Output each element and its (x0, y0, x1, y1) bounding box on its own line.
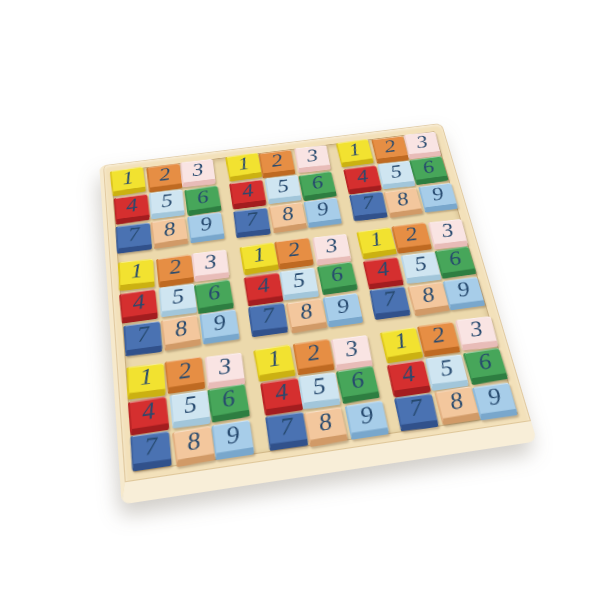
tile-digit: 9 (485, 385, 504, 410)
tile-digit: 3 (468, 317, 485, 340)
tile-digit: 5 (182, 393, 197, 418)
tile-r6c1-blue[interactable]: 7 (123, 321, 162, 356)
tile-r1c7-yellow[interactable]: 1 (336, 139, 374, 168)
tile-r3c8-peach[interactable]: 8 (383, 187, 423, 218)
tile-r1c5-orange[interactable]: 2 (258, 150, 295, 179)
tile-r5c3-green[interactable]: 6 (194, 280, 234, 315)
tile-digit: 9 (212, 311, 227, 334)
tile-r7c2-orange[interactable]: 2 (164, 356, 205, 393)
tile-r3c2-peach[interactable]: 8 (150, 217, 188, 249)
tile-digit: 3 (324, 236, 339, 257)
product-photo-canvas: 1231231234564564567897897891231231234564… (0, 0, 610, 610)
sudoku-grid: 1231231234564564567897897891231231234564… (111, 131, 518, 472)
tile-digit: 2 (177, 358, 192, 382)
tile-digit: 6 (476, 350, 495, 374)
tile-r1c3-pale-pink[interactable]: 3 (180, 159, 216, 188)
tile-digit: 1 (369, 229, 385, 250)
tile-r6c3-light-blue[interactable]: 9 (199, 309, 239, 344)
tile-digit: 3 (218, 354, 233, 378)
tile-r2c4-red[interactable]: 4 (228, 179, 265, 209)
tile-digit: 6 (220, 386, 236, 411)
tile-digit: 8 (298, 300, 314, 323)
tile-digit: 6 (207, 282, 222, 304)
tile-r5c7-red[interactable]: 4 (363, 257, 404, 290)
tile-digit: 5 (389, 162, 404, 181)
tile-digit: 4 (141, 399, 156, 425)
tile-r8c5-pale-blue[interactable]: 5 (298, 373, 341, 410)
tile-r9c3-light-blue[interactable]: 9 (211, 420, 254, 460)
tile-r1c8-orange[interactable]: 2 (371, 136, 409, 164)
tile-r3c4-blue[interactable]: 7 (233, 207, 271, 238)
tile-digit: 7 (245, 209, 259, 229)
tile-digit: 1 (392, 329, 410, 353)
tile-r5c4-red[interactable]: 4 (243, 273, 283, 307)
tile-digit: 1 (266, 346, 283, 370)
tile-r5c6-green[interactable]: 6 (316, 262, 357, 296)
tile-r9c9-light-blue[interactable]: 9 (472, 383, 518, 421)
tile-digit: 5 (292, 269, 307, 291)
tile-r6c2-peach[interactable]: 8 (160, 315, 201, 351)
tile-digit: 3 (204, 251, 218, 272)
tile-digit: 9 (225, 422, 241, 448)
tile-digit: 6 (447, 248, 464, 269)
tile-r6c6-light-blue[interactable]: 9 (322, 293, 363, 327)
tile-r7c5-orange[interactable]: 2 (292, 339, 334, 375)
tile-digit: 7 (128, 224, 141, 245)
tile-r2c2-pale-blue[interactable]: 5 (148, 189, 184, 219)
tile-digit: 4 (273, 380, 289, 405)
tile-r3c3-light-blue[interactable]: 9 (187, 212, 225, 243)
tile-r1c4-yellow[interactable]: 1 (225, 153, 262, 182)
tile-digit: 8 (447, 389, 466, 414)
tile-r7c9-pale-pink[interactable]: 3 (455, 316, 498, 351)
tile-digit: 2 (168, 257, 182, 279)
tile-digit: 5 (171, 285, 185, 307)
tile-digit: 1 (251, 244, 266, 265)
tile-digit: 4 (240, 181, 254, 201)
tile-digit: 2 (305, 341, 321, 365)
tile-r2c6-green[interactable]: 6 (298, 171, 337, 201)
tile-digit: 9 (430, 184, 446, 204)
tile-digit: 6 (310, 173, 325, 192)
tile-digit: 1 (347, 141, 362, 160)
tile-r7c3-pale-pink[interactable]: 3 (204, 352, 245, 389)
tile-r8c9-green[interactable]: 6 (463, 348, 508, 385)
tile-digit: 5 (438, 357, 456, 381)
tile-r3c9-light-blue[interactable]: 9 (418, 183, 458, 213)
tile-r9c4-blue[interactable]: 7 (265, 412, 308, 451)
tile-r8c8-pale-blue[interactable]: 5 (425, 355, 469, 391)
tile-r8c2-pale-blue[interactable]: 5 (169, 391, 210, 429)
tile-r9c5-peach[interactable]: 8 (303, 407, 348, 447)
tile-r7c7-yellow[interactable]: 1 (380, 327, 424, 363)
tile-r6c7-blue[interactable]: 7 (369, 286, 410, 320)
tile-digit: 4 (125, 195, 138, 215)
tile-r7c1-yellow[interactable]: 1 (126, 363, 165, 400)
tile-r1c6-pale-pink[interactable]: 3 (294, 145, 331, 173)
tile-digit: 8 (173, 317, 188, 340)
tile-r9c6-light-blue[interactable]: 9 (344, 401, 389, 440)
tile-digit: 7 (382, 288, 398, 310)
tile-r9c1-blue[interactable]: 7 (130, 431, 172, 471)
sudoku-board-tray: 1231231234564564567897897891231231234564… (99, 123, 537, 505)
tile-digit: 6 (196, 187, 210, 207)
tile-r7c6-pale-pink[interactable]: 3 (330, 335, 372, 371)
tile-r4c7-yellow[interactable]: 1 (356, 227, 397, 259)
tile-r5c2-pale-blue[interactable]: 5 (158, 284, 196, 318)
tile-digit: 9 (335, 295, 351, 318)
tile-digit: 2 (403, 224, 419, 245)
tile-r9c7-blue[interactable]: 7 (394, 394, 439, 432)
tile-digit: 8 (419, 284, 436, 306)
tile-r7c8-orange[interactable]: 2 (417, 321, 461, 357)
tile-digit: 5 (276, 176, 290, 195)
tile-digit: 5 (413, 253, 429, 274)
tile-digit: 4 (355, 167, 370, 186)
tile-r4c5-orange[interactable]: 2 (274, 238, 313, 270)
tile-digit: 6 (329, 264, 345, 286)
tile-r8c7-red[interactable]: 4 (387, 360, 431, 397)
tile-digit: 9 (199, 214, 213, 234)
board-shadow: 1231231234564564567897897891231231234564… (0, 0, 610, 610)
tile-r8c6-green[interactable]: 6 (335, 366, 379, 404)
tile-r8c3-green[interactable]: 6 (207, 384, 250, 423)
tile-r5c1-red[interactable]: 4 (119, 289, 158, 324)
tile-digit: 2 (382, 137, 397, 155)
tile-r4c6-pale-pink[interactable]: 3 (312, 234, 351, 265)
tile-digit: 9 (455, 278, 472, 300)
tile-digit: 8 (394, 189, 410, 209)
tile-digit: 7 (408, 395, 426, 420)
tile-digit: 4 (132, 291, 146, 314)
tile-digit: 7 (136, 323, 150, 346)
tile-digit: 3 (305, 146, 319, 165)
tile-r3c6-light-blue[interactable]: 9 (303, 197, 342, 228)
tile-digit: 4 (375, 259, 391, 281)
tile-digit: 2 (158, 165, 171, 184)
tile-digit: 6 (349, 368, 367, 393)
tile-digit: 3 (440, 221, 456, 241)
tile-r1c2-orange[interactable]: 2 (146, 163, 182, 192)
tile-digit: 8 (185, 429, 201, 456)
tile-r8c1-red[interactable]: 4 (127, 397, 168, 436)
tile-r8c4-red[interactable]: 4 (260, 378, 303, 416)
tile-digit: 5 (160, 191, 173, 211)
tile-r4c9-pale-pink[interactable]: 3 (428, 219, 468, 250)
tile-r2c1-red[interactable]: 4 (113, 194, 149, 225)
tile-digit: 1 (130, 261, 143, 282)
tile-digit: 2 (287, 239, 302, 260)
tile-r9c2-peach[interactable]: 8 (171, 426, 214, 467)
tile-digit: 1 (139, 364, 153, 388)
tile-digit: 6 (421, 157, 437, 176)
tile-digit: 9 (315, 199, 330, 219)
tile-digit: 7 (260, 304, 275, 327)
tile-digit: 3 (415, 133, 430, 151)
tile-digit: 7 (144, 433, 159, 459)
tile-digit: 8 (317, 409, 335, 435)
tile-digit: 8 (280, 204, 295, 224)
tile-r5c9-green[interactable]: 6 (435, 246, 477, 279)
tile-r4c1-yellow[interactable]: 1 (118, 259, 155, 291)
tile-r7c4-yellow[interactable]: 1 (253, 344, 295, 381)
tile-r1c1-yellow[interactable]: 1 (110, 167, 146, 197)
tile-digit: 3 (343, 337, 359, 361)
tile-digit: 5 (311, 374, 327, 399)
board-perspective: 1231231234564564567897897891231231234564… (99, 123, 537, 505)
tile-r2c9-green[interactable]: 6 (409, 156, 448, 185)
tile-r5c5-pale-blue[interactable]: 5 (279, 268, 319, 301)
tile-r6c5-peach[interactable]: 8 (286, 298, 328, 333)
tile-digit: 3 (192, 160, 205, 179)
tile-r2c3-green[interactable]: 6 (184, 185, 222, 216)
tile-r2c7-red[interactable]: 4 (343, 165, 381, 194)
tile-r4c8-orange[interactable]: 2 (391, 223, 432, 254)
tile-digit: 2 (270, 151, 284, 170)
tile-digit: 8 (162, 219, 176, 240)
tile-r4c3-pale-pink[interactable]: 3 (191, 250, 229, 282)
tile-digit: 7 (361, 192, 376, 212)
tile-digit: 2 (429, 323, 447, 346)
tile-r2c5-pale-blue[interactable]: 5 (264, 175, 301, 204)
tile-digit: 7 (278, 414, 294, 440)
tile-digit: 1 (236, 154, 250, 173)
tile-digit: 4 (256, 275, 271, 297)
tile-r4c4-yellow[interactable]: 1 (239, 243, 279, 276)
tile-r3c1-blue[interactable]: 7 (115, 222, 151, 253)
tile-r4c2-orange[interactable]: 2 (155, 255, 193, 288)
tile-r6c4-blue[interactable]: 7 (247, 303, 287, 337)
tile-r1c9-pale-pink[interactable]: 3 (404, 132, 442, 159)
tile-r3c7-blue[interactable]: 7 (349, 191, 388, 221)
tile-digit: 1 (121, 168, 134, 187)
tile-digit: 9 (358, 403, 376, 429)
tile-r3c5-peach[interactable]: 8 (268, 202, 307, 233)
tile-r6c9-light-blue[interactable]: 9 (443, 277, 486, 311)
tile-digit: 4 (400, 362, 418, 386)
